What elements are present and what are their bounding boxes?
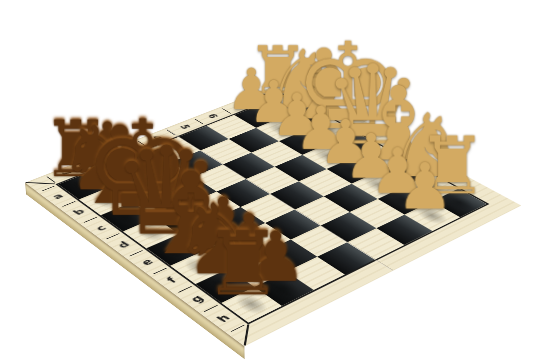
file-label-h: h: [214, 312, 233, 324]
corner-print-line-h1: [243, 325, 249, 346]
piece-light-pawn-h7[interactable]: ♟: [353, 155, 497, 219]
chess-board-frame: ♜♞♝♚♛♝♞♜♟♟♟♟♟♟♟♟♟♟♟♟♟♟♟♟♜♞♝♚♛♝♞♜ abcdefg…: [25, 81, 521, 347]
piece-dark-rook-h1[interactable]: ♜: [164, 220, 322, 308]
file-separator-tick: [230, 324, 245, 331]
board-grid: ♜♞♝♚♛♝♞♜♟♟♟♟♟♟♟♟♟♟♟♟♟♟♟♟♜♞♝♚♛♝♞♜: [55, 93, 489, 324]
photo-canvas: ♜♞♝♚♛♝♞♜♟♟♟♟♟♟♟♟♟♟♟♟♟♟♟♟♜♞♝♚♛♝♞♜ abcdefg…: [0, 0, 540, 360]
square-h1[interactable]: ♜: [222, 287, 282, 322]
board-scene: ♜♞♝♚♛♝♞♜♟♟♟♟♟♟♟♟♟♟♟♟♟♟♟♟♜♞♝♚♛♝♞♜ abcdefg…: [0, 0, 540, 360]
